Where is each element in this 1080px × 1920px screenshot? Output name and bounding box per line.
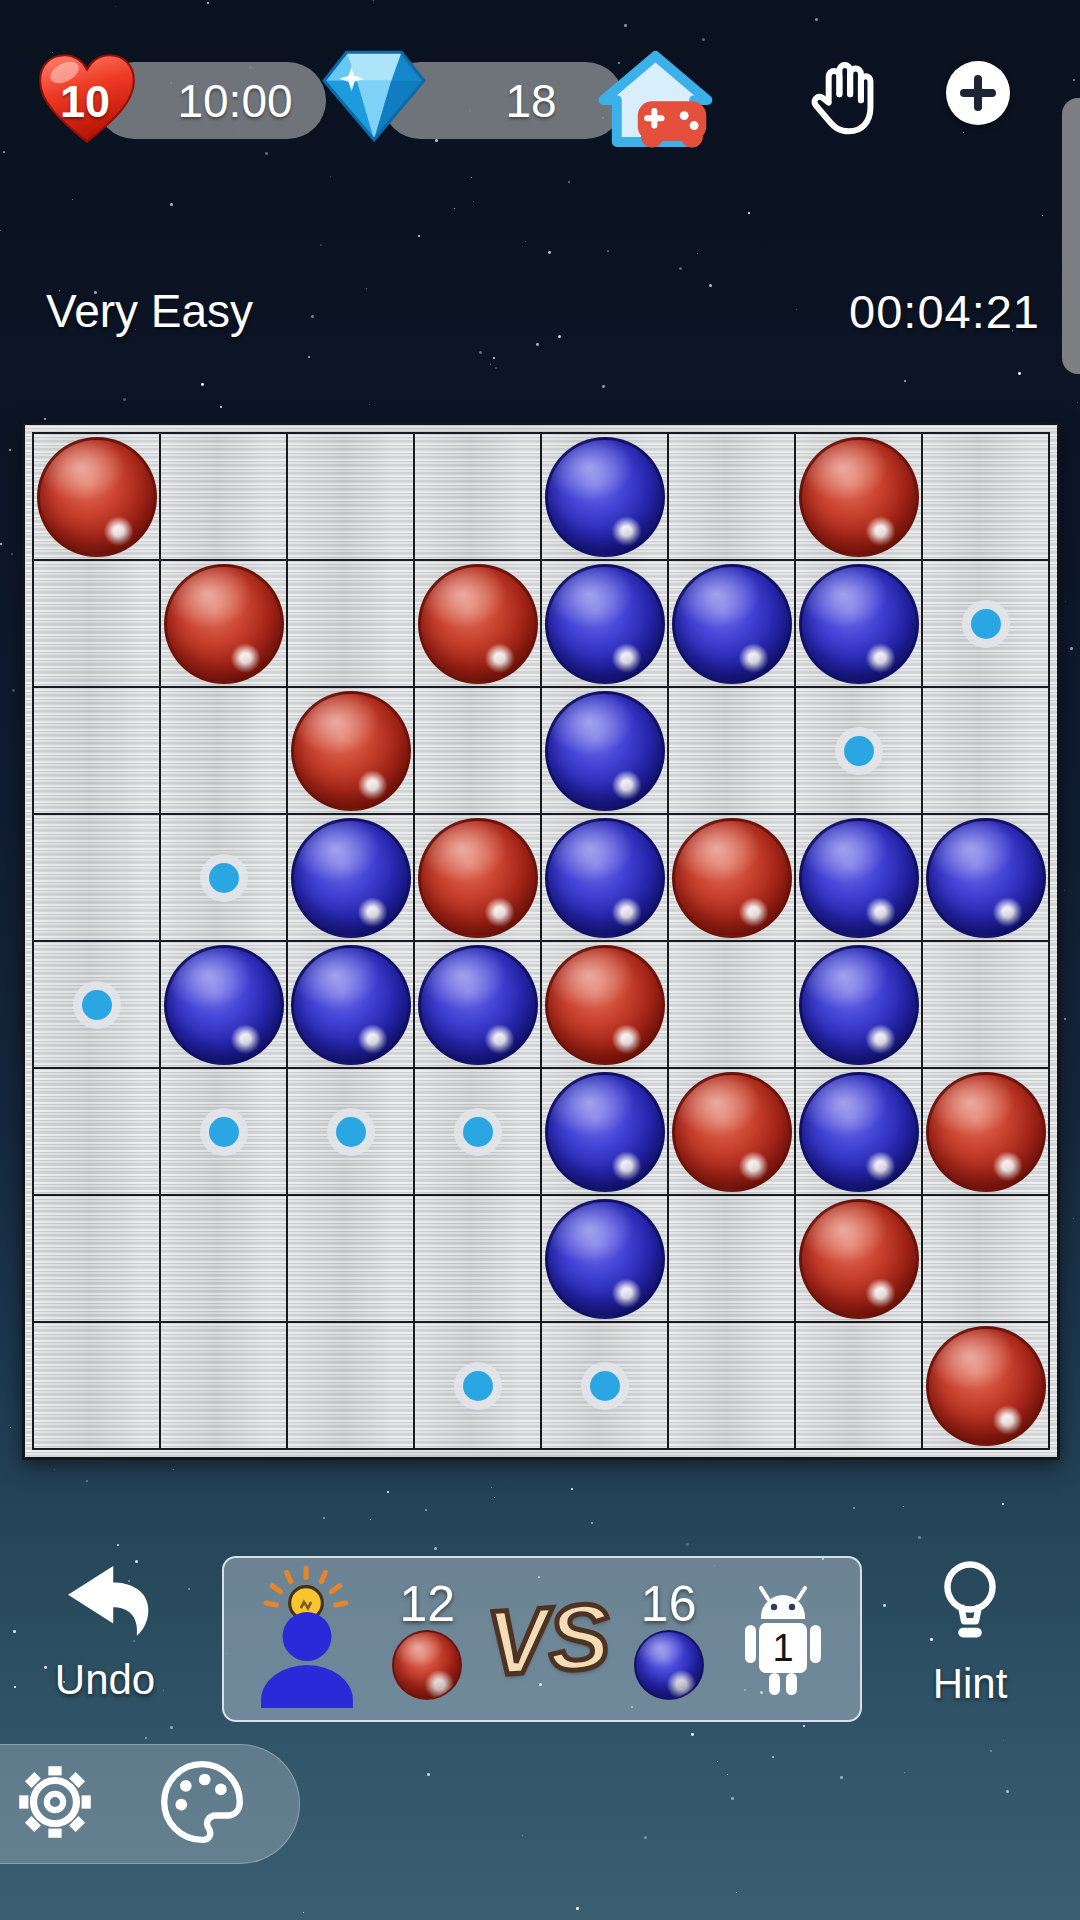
cell-r1c6[interactable]: [669, 434, 794, 559]
cell-r5c6[interactable]: [669, 942, 794, 1067]
legal-move-dot: [209, 1117, 239, 1147]
blue-piece: [291, 818, 411, 938]
cell-r5c8[interactable]: [923, 942, 1048, 1067]
cell-r6c6[interactable]: [669, 1069, 794, 1194]
legal-move-dot: [463, 1371, 493, 1401]
settings-bar: [0, 1744, 300, 1864]
blue-piece: [291, 945, 411, 1065]
cell-r8c1[interactable]: [34, 1323, 159, 1448]
game-board: [22, 422, 1060, 1460]
cell-r2c3[interactable]: [288, 561, 413, 686]
undo-label: Undo: [30, 1656, 180, 1704]
cell-r8c7[interactable]: [796, 1323, 921, 1448]
cell-r1c7[interactable]: [796, 434, 921, 559]
red-piece: [799, 1199, 919, 1319]
scoreboard-panel: 12 VS 16: [222, 1556, 862, 1722]
cell-r5c2[interactable]: [161, 942, 286, 1067]
cell-r8c2[interactable]: [161, 1323, 286, 1448]
cell-r7c2[interactable]: [161, 1196, 286, 1321]
palette-icon[interactable]: [157, 1757, 247, 1851]
red-piece: [164, 564, 284, 684]
cell-r1c4[interactable]: [415, 434, 540, 559]
cell-r3c5[interactable]: [542, 688, 667, 813]
undo-icon: [53, 1562, 157, 1642]
red-piece: [418, 818, 538, 938]
cell-r2c2[interactable]: [161, 561, 286, 686]
blue-piece: [799, 818, 919, 938]
lives-timer-value: 10:00: [177, 74, 292, 128]
cell-r6c1[interactable]: [34, 1069, 159, 1194]
blue-piece: [545, 818, 665, 938]
red-piece: [926, 1326, 1046, 1446]
cell-r4c2[interactable]: [161, 815, 286, 940]
legal-move-dot: [82, 990, 112, 1020]
cell-r3c2[interactable]: [161, 688, 286, 813]
red-score: 12: [400, 1578, 456, 1630]
cell-r3c3[interactable]: [288, 688, 413, 813]
cell-r6c3[interactable]: [288, 1069, 413, 1194]
red-piece: [799, 437, 919, 557]
cell-r4c3[interactable]: [288, 815, 413, 940]
lives-count: 10: [50, 76, 120, 128]
cell-r1c5[interactable]: [542, 434, 667, 559]
cell-r8c4[interactable]: [415, 1323, 540, 1448]
legal-move-dot: [844, 736, 874, 766]
cell-r1c2[interactable]: [161, 434, 286, 559]
hint-bulb-icon: [932, 1558, 1008, 1646]
cell-r8c3[interactable]: [288, 1323, 413, 1448]
cell-r3c8[interactable]: [923, 688, 1048, 813]
cell-r4c6[interactable]: [669, 815, 794, 940]
gear-icon[interactable]: [9, 1756, 101, 1852]
cell-r3c1[interactable]: [34, 688, 159, 813]
difficulty-label: Very Easy: [46, 284, 253, 338]
blue-piece: [799, 1072, 919, 1192]
android-robot-icon: 1: [728, 1580, 838, 1698]
cell-r5c7[interactable]: [796, 942, 921, 1067]
red-piece: [672, 1072, 792, 1192]
legal-move-dot: [590, 1371, 620, 1401]
cell-r2c7[interactable]: [796, 561, 921, 686]
cell-r5c1[interactable]: [34, 942, 159, 1067]
cell-r3c7[interactable]: [796, 688, 921, 813]
person-silhouette-icon: [246, 1610, 368, 1712]
plus-icon[interactable]: [946, 61, 1010, 125]
cell-r5c4[interactable]: [415, 942, 540, 1067]
cell-r6c8[interactable]: [923, 1069, 1048, 1194]
cell-r8c5[interactable]: [542, 1323, 667, 1448]
cell-r4c8[interactable]: [923, 815, 1048, 940]
player-avatar-icon: [246, 1564, 368, 1714]
home-icon[interactable]: [598, 48, 714, 150]
board-grid: [32, 432, 1050, 1450]
cell-r7c5[interactable]: [542, 1196, 667, 1321]
hint-label: Hint: [898, 1660, 1042, 1708]
blue-piece: [545, 564, 665, 684]
blue-piece: [545, 1072, 665, 1192]
blue-score-group: 16: [634, 1578, 704, 1700]
cell-r3c4[interactable]: [415, 688, 540, 813]
cell-r4c7[interactable]: [796, 815, 921, 940]
cell-r7c6[interactable]: [669, 1196, 794, 1321]
cell-r1c8[interactable]: [923, 434, 1048, 559]
cell-r6c7[interactable]: [796, 1069, 921, 1194]
legal-move-dot: [336, 1117, 366, 1147]
game-screen: 10:00 10 18: [0, 0, 1080, 1920]
cell-r2c6[interactable]: [669, 561, 794, 686]
cell-r4c1[interactable]: [34, 815, 159, 940]
cell-r7c7[interactable]: [796, 1196, 921, 1321]
blue-piece: [799, 945, 919, 1065]
legal-move-dot: [209, 863, 239, 893]
heart-icon[interactable]: 10: [34, 50, 140, 148]
cell-r4c4[interactable]: [415, 815, 540, 940]
blue-score: 16: [641, 1578, 697, 1630]
cell-r8c6[interactable]: [669, 1323, 794, 1448]
gem-icon[interactable]: [318, 46, 430, 144]
undo-button[interactable]: Undo: [30, 1562, 180, 1704]
red-piece: [37, 437, 157, 557]
red-ball-icon: [392, 1630, 462, 1700]
red-piece: [418, 564, 538, 684]
cell-r8c8[interactable]: [923, 1323, 1048, 1448]
red-piece: [672, 818, 792, 938]
red-piece: [291, 691, 411, 811]
gems-count: 18: [505, 74, 556, 128]
red-piece: [545, 945, 665, 1065]
ai-level: 1: [772, 1627, 793, 1669]
cell-r7c4[interactable]: [415, 1196, 540, 1321]
cell-r2c1[interactable]: [34, 561, 159, 686]
blue-piece: [545, 1199, 665, 1319]
cell-r6c4[interactable]: [415, 1069, 540, 1194]
edge-panel-handle[interactable]: [1062, 98, 1080, 374]
blue-piece: [672, 564, 792, 684]
cell-r2c5[interactable]: [542, 561, 667, 686]
blue-ball-icon: [634, 1630, 704, 1700]
cell-r4c5[interactable]: [542, 815, 667, 940]
cell-r2c8[interactable]: [923, 561, 1048, 686]
blue-piece: [926, 818, 1046, 938]
cell-r7c1[interactable]: [34, 1196, 159, 1321]
cell-r1c1[interactable]: [34, 434, 159, 559]
vs-label: VS: [483, 1587, 612, 1691]
elapsed-timer: 00:04:21: [849, 284, 1040, 339]
cell-r1c3[interactable]: [288, 434, 413, 559]
cell-r2c4[interactable]: [415, 561, 540, 686]
red-piece: [926, 1072, 1046, 1192]
hint-button[interactable]: Hint: [898, 1558, 1042, 1708]
cell-r6c5[interactable]: [542, 1069, 667, 1194]
cell-r5c3[interactable]: [288, 942, 413, 1067]
cell-r7c3[interactable]: [288, 1196, 413, 1321]
blue-piece: [799, 564, 919, 684]
legal-move-dot: [463, 1117, 493, 1147]
cell-r5c5[interactable]: [542, 942, 667, 1067]
cell-r3c6[interactable]: [669, 688, 794, 813]
blue-piece: [418, 945, 538, 1065]
hand-icon[interactable]: [806, 58, 880, 140]
blue-piece: [164, 945, 284, 1065]
cell-r6c2[interactable]: [161, 1069, 286, 1194]
blue-piece: [545, 437, 665, 557]
blue-piece: [545, 691, 665, 811]
red-score-group: 12: [392, 1578, 462, 1700]
cell-r7c8[interactable]: [923, 1196, 1048, 1321]
legal-move-dot: [971, 609, 1001, 639]
